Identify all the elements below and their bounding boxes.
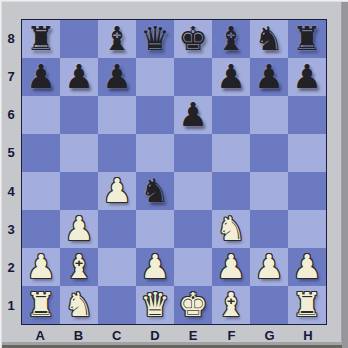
- black-pawn-a7[interactable]: ♟: [26, 58, 56, 96]
- square-g7[interactable]: ♟: [250, 58, 288, 96]
- square-e8[interactable]: ♚: [174, 20, 212, 58]
- square-a7[interactable]: ♟: [22, 58, 60, 96]
- white-pawn-h2[interactable]: ♟: [292, 248, 322, 286]
- square-b6[interactable]: [60, 96, 98, 134]
- square-g8[interactable]: ♞: [250, 20, 288, 58]
- black-knight-g8[interactable]: ♞: [254, 20, 284, 58]
- square-h6[interactable]: [288, 96, 326, 134]
- square-h4[interactable]: [288, 172, 326, 210]
- square-c1[interactable]: [98, 286, 136, 324]
- square-h2[interactable]: ♟: [288, 248, 326, 286]
- square-g5[interactable]: [250, 134, 288, 172]
- file-label-g: G: [251, 327, 289, 343]
- square-e7[interactable]: [174, 58, 212, 96]
- square-e1[interactable]: ♚: [174, 286, 212, 324]
- square-f5[interactable]: [212, 134, 250, 172]
- white-pawn-f2[interactable]: ♟: [216, 248, 246, 286]
- white-pawn-a2[interactable]: ♟: [26, 248, 56, 286]
- square-e2[interactable]: [174, 248, 212, 286]
- square-c6[interactable]: [98, 96, 136, 134]
- square-d2[interactable]: ♟: [136, 248, 174, 286]
- square-b1[interactable]: ♞: [60, 286, 98, 324]
- file-label-c: C: [98, 327, 136, 343]
- square-a5[interactable]: [22, 134, 60, 172]
- square-b4[interactable]: [60, 172, 98, 210]
- square-c7[interactable]: ♟: [98, 58, 136, 96]
- white-pawn-b3[interactable]: ♟: [64, 210, 94, 248]
- square-d1[interactable]: ♛: [136, 286, 174, 324]
- square-g4[interactable]: [250, 172, 288, 210]
- black-knight-d4[interactable]: ♞: [140, 172, 170, 210]
- square-d7[interactable]: [136, 58, 174, 96]
- rank-labels: 8 7 6 5 4 3 2 1: [2, 19, 20, 325]
- square-g6[interactable]: [250, 96, 288, 134]
- black-king-e8[interactable]: ♚: [178, 20, 208, 58]
- square-f2[interactable]: ♟: [212, 248, 250, 286]
- white-rook-a1[interactable]: ♜: [26, 286, 56, 324]
- black-pawn-f7[interactable]: ♟: [216, 58, 246, 96]
- square-b5[interactable]: [60, 134, 98, 172]
- white-knight-b1[interactable]: ♞: [64, 286, 94, 324]
- square-d5[interactable]: [136, 134, 174, 172]
- black-pawn-h7[interactable]: ♟: [292, 58, 322, 96]
- square-f3[interactable]: ♞: [212, 210, 250, 248]
- white-rook-h1[interactable]: ♜: [292, 286, 322, 324]
- file-label-b: B: [59, 327, 97, 343]
- rank-label-5: 5: [2, 134, 20, 172]
- square-g2[interactable]: ♟: [250, 248, 288, 286]
- square-b2[interactable]: ♝: [60, 248, 98, 286]
- square-a2[interactable]: ♟: [22, 248, 60, 286]
- square-f7[interactable]: ♟: [212, 58, 250, 96]
- chess-board: ♜♝♛♚♝♞♜♟♟♟♟♟♟♟♟♞♟♞♟♝♟♟♟♟♜♞♛♚♝♜: [21, 19, 327, 325]
- file-labels: A B C D E F G H: [21, 327, 327, 343]
- black-rook-h8[interactable]: ♜: [292, 20, 322, 58]
- file-label-a: A: [21, 327, 59, 343]
- square-h3[interactable]: [288, 210, 326, 248]
- square-d4[interactable]: ♞: [136, 172, 174, 210]
- white-bishop-f1[interactable]: ♝: [216, 286, 246, 324]
- rank-label-1: 1: [2, 287, 20, 325]
- chess-diagram-frame: 8 7 6 5 4 3 2 1 ♜♝♛♚♝♞♜♟♟♟♟♟♟♟♟♞♟♞♟♝♟♟♟♟…: [0, 0, 348, 348]
- file-label-e: E: [174, 327, 212, 343]
- square-d6[interactable]: [136, 96, 174, 134]
- square-c4[interactable]: ♟: [98, 172, 136, 210]
- square-d8[interactable]: ♛: [136, 20, 174, 58]
- square-a8[interactable]: ♜: [22, 20, 60, 58]
- square-h1[interactable]: ♜: [288, 286, 326, 324]
- black-queen-d8[interactable]: ♛: [140, 20, 170, 58]
- square-c8[interactable]: ♝: [98, 20, 136, 58]
- rank-label-7: 7: [2, 57, 20, 95]
- square-b8[interactable]: [60, 20, 98, 58]
- white-pawn-g2[interactable]: ♟: [254, 248, 284, 286]
- rank-label-4: 4: [2, 172, 20, 210]
- rank-label-3: 3: [2, 210, 20, 248]
- rank-label-8: 8: [2, 19, 20, 57]
- square-c3[interactable]: [98, 210, 136, 248]
- black-pawn-b7[interactable]: ♟: [64, 58, 94, 96]
- square-d3[interactable]: [136, 210, 174, 248]
- black-pawn-g7[interactable]: ♟: [254, 58, 284, 96]
- square-e3[interactable]: [174, 210, 212, 248]
- square-b3[interactable]: ♟: [60, 210, 98, 248]
- square-e5[interactable]: [174, 134, 212, 172]
- square-f1[interactable]: ♝: [212, 286, 250, 324]
- black-bishop-f8[interactable]: ♝: [216, 20, 246, 58]
- white-pawn-d2[interactable]: ♟: [140, 248, 170, 286]
- white-king-e1[interactable]: ♚: [178, 286, 208, 324]
- file-label-f: F: [212, 327, 250, 343]
- rank-label-2: 2: [2, 249, 20, 287]
- square-c2[interactable]: [98, 248, 136, 286]
- square-h5[interactable]: [288, 134, 326, 172]
- square-h8[interactable]: ♜: [288, 20, 326, 58]
- square-c5[interactable]: [98, 134, 136, 172]
- black-bishop-c8[interactable]: ♝: [102, 20, 132, 58]
- square-f4[interactable]: [212, 172, 250, 210]
- square-h7[interactable]: ♟: [288, 58, 326, 96]
- square-a6[interactable]: [22, 96, 60, 134]
- white-pawn-c4[interactable]: ♟: [102, 172, 132, 210]
- square-f6[interactable]: [212, 96, 250, 134]
- square-a3[interactable]: [22, 210, 60, 248]
- white-bishop-b2[interactable]: ♝: [64, 248, 94, 286]
- rank-label-6: 6: [2, 96, 20, 134]
- black-pawn-e6[interactable]: ♟: [178, 96, 208, 134]
- square-e4[interactable]: [174, 172, 212, 210]
- square-b7[interactable]: ♟: [60, 58, 98, 96]
- black-pawn-c7[interactable]: ♟: [102, 58, 132, 96]
- black-rook-a8[interactable]: ♜: [26, 20, 56, 58]
- white-knight-f3[interactable]: ♞: [216, 210, 246, 248]
- square-g3[interactable]: [250, 210, 288, 248]
- file-label-d: D: [136, 327, 174, 343]
- square-a1[interactable]: ♜: [22, 286, 60, 324]
- file-label-h: H: [289, 327, 327, 343]
- square-e6[interactable]: ♟: [174, 96, 212, 134]
- square-f8[interactable]: ♝: [212, 20, 250, 58]
- white-queen-d1[interactable]: ♛: [140, 286, 170, 324]
- square-g1[interactable]: [250, 286, 288, 324]
- square-a4[interactable]: [22, 172, 60, 210]
